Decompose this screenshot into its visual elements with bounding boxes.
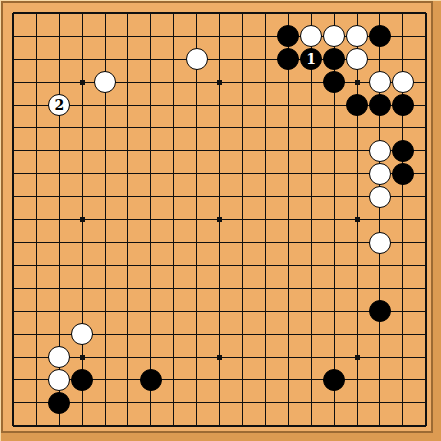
intersection-A9[interactable] bbox=[2, 231, 25, 254]
intersection-O9[interactable] bbox=[300, 231, 323, 254]
intersection-S15[interactable] bbox=[391, 94, 414, 117]
intersection-H3[interactable] bbox=[162, 369, 185, 392]
intersection-O17[interactable]: 1 bbox=[300, 48, 323, 71]
intersection-P11[interactable] bbox=[323, 185, 346, 208]
intersection-P14[interactable] bbox=[323, 117, 346, 140]
intersection-H18[interactable] bbox=[162, 25, 185, 48]
intersection-H9[interactable] bbox=[162, 231, 185, 254]
intersection-L18[interactable] bbox=[231, 25, 254, 48]
intersection-E12[interactable] bbox=[94, 162, 117, 185]
intersection-M10[interactable] bbox=[254, 208, 277, 231]
intersection-K3[interactable] bbox=[208, 369, 231, 392]
intersection-A11[interactable] bbox=[2, 185, 25, 208]
intersection-E17[interactable] bbox=[94, 48, 117, 71]
intersection-N6[interactable] bbox=[277, 300, 300, 323]
intersection-R4[interactable] bbox=[369, 346, 392, 369]
intersection-C5[interactable] bbox=[48, 323, 71, 346]
intersection-S3[interactable] bbox=[391, 369, 414, 392]
intersection-F14[interactable] bbox=[117, 117, 140, 140]
intersection-T4[interactable] bbox=[414, 346, 437, 369]
intersection-E8[interactable] bbox=[94, 254, 117, 277]
intersection-A12[interactable] bbox=[2, 162, 25, 185]
intersection-Q11[interactable] bbox=[346, 185, 369, 208]
intersection-N19[interactable] bbox=[277, 2, 300, 25]
intersection-E19[interactable] bbox=[94, 2, 117, 25]
intersection-P3[interactable] bbox=[323, 369, 346, 392]
intersection-N5[interactable] bbox=[277, 323, 300, 346]
intersection-E18[interactable] bbox=[94, 25, 117, 48]
intersection-F6[interactable] bbox=[117, 300, 140, 323]
intersection-G13[interactable] bbox=[139, 139, 162, 162]
intersection-Q19[interactable] bbox=[346, 2, 369, 25]
intersection-T2[interactable] bbox=[414, 391, 437, 414]
intersection-G14[interactable] bbox=[139, 117, 162, 140]
intersection-D8[interactable] bbox=[71, 254, 94, 277]
intersection-F15[interactable] bbox=[117, 94, 140, 117]
intersection-J14[interactable] bbox=[185, 117, 208, 140]
intersection-A15[interactable] bbox=[2, 94, 25, 117]
intersection-M13[interactable] bbox=[254, 139, 277, 162]
intersection-G10[interactable] bbox=[139, 208, 162, 231]
intersection-B17[interactable] bbox=[25, 48, 48, 71]
intersection-K2[interactable] bbox=[208, 391, 231, 414]
intersection-G18[interactable] bbox=[139, 25, 162, 48]
intersection-R11[interactable] bbox=[369, 185, 392, 208]
intersection-C12[interactable] bbox=[48, 162, 71, 185]
intersection-F1[interactable] bbox=[117, 414, 140, 437]
intersection-K8[interactable] bbox=[208, 254, 231, 277]
intersection-M15[interactable] bbox=[254, 94, 277, 117]
intersection-G1[interactable] bbox=[139, 414, 162, 437]
intersection-O8[interactable] bbox=[300, 254, 323, 277]
intersection-F8[interactable] bbox=[117, 254, 140, 277]
intersection-R13[interactable] bbox=[369, 139, 392, 162]
intersection-P13[interactable] bbox=[323, 139, 346, 162]
intersection-P6[interactable] bbox=[323, 300, 346, 323]
intersection-Q4[interactable] bbox=[346, 346, 369, 369]
intersection-J8[interactable] bbox=[185, 254, 208, 277]
intersection-H5[interactable] bbox=[162, 323, 185, 346]
intersection-N1[interactable] bbox=[277, 414, 300, 437]
intersection-P5[interactable] bbox=[323, 323, 346, 346]
intersection-O18[interactable] bbox=[300, 25, 323, 48]
intersection-T13[interactable] bbox=[414, 139, 437, 162]
intersection-D10[interactable] bbox=[71, 208, 94, 231]
intersection-T5[interactable] bbox=[414, 323, 437, 346]
intersection-J12[interactable] bbox=[185, 162, 208, 185]
intersection-P17[interactable] bbox=[323, 48, 346, 71]
intersection-Q15[interactable] bbox=[346, 94, 369, 117]
intersection-K4[interactable] bbox=[208, 346, 231, 369]
intersection-G5[interactable] bbox=[139, 323, 162, 346]
intersection-P18[interactable] bbox=[323, 25, 346, 48]
intersection-S9[interactable] bbox=[391, 231, 414, 254]
intersection-C18[interactable] bbox=[48, 25, 71, 48]
intersection-D14[interactable] bbox=[71, 117, 94, 140]
intersection-K5[interactable] bbox=[208, 323, 231, 346]
intersection-P10[interactable] bbox=[323, 208, 346, 231]
intersection-N8[interactable] bbox=[277, 254, 300, 277]
intersection-Q2[interactable] bbox=[346, 391, 369, 414]
intersection-N4[interactable] bbox=[277, 346, 300, 369]
intersection-J5[interactable] bbox=[185, 323, 208, 346]
intersection-B10[interactable] bbox=[25, 208, 48, 231]
intersection-A17[interactable] bbox=[2, 48, 25, 71]
intersection-P12[interactable] bbox=[323, 162, 346, 185]
intersection-A1[interactable] bbox=[2, 414, 25, 437]
intersection-P16[interactable] bbox=[323, 71, 346, 94]
intersection-G19[interactable] bbox=[139, 2, 162, 25]
intersection-H6[interactable] bbox=[162, 300, 185, 323]
intersection-L13[interactable] bbox=[231, 139, 254, 162]
intersection-O12[interactable] bbox=[300, 162, 323, 185]
intersection-Q14[interactable] bbox=[346, 117, 369, 140]
intersection-S1[interactable] bbox=[391, 414, 414, 437]
intersection-K9[interactable] bbox=[208, 231, 231, 254]
intersection-M16[interactable] bbox=[254, 71, 277, 94]
intersection-B3[interactable] bbox=[25, 369, 48, 392]
intersection-C4[interactable] bbox=[48, 346, 71, 369]
intersection-Q10[interactable] bbox=[346, 208, 369, 231]
intersection-R5[interactable] bbox=[369, 323, 392, 346]
intersection-N16[interactable] bbox=[277, 71, 300, 94]
intersection-L10[interactable] bbox=[231, 208, 254, 231]
intersection-R1[interactable] bbox=[369, 414, 392, 437]
intersection-O14[interactable] bbox=[300, 117, 323, 140]
intersection-R7[interactable] bbox=[369, 277, 392, 300]
intersection-B19[interactable] bbox=[25, 2, 48, 25]
intersection-Q6[interactable] bbox=[346, 300, 369, 323]
intersection-L15[interactable] bbox=[231, 94, 254, 117]
intersection-T6[interactable] bbox=[414, 300, 437, 323]
intersection-B15[interactable] bbox=[25, 94, 48, 117]
intersection-H12[interactable] bbox=[162, 162, 185, 185]
intersection-Q9[interactable] bbox=[346, 231, 369, 254]
intersection-L14[interactable] bbox=[231, 117, 254, 140]
intersection-L3[interactable] bbox=[231, 369, 254, 392]
intersection-N17[interactable] bbox=[277, 48, 300, 71]
intersection-L1[interactable] bbox=[231, 414, 254, 437]
intersection-E13[interactable] bbox=[94, 139, 117, 162]
intersection-F12[interactable] bbox=[117, 162, 140, 185]
intersection-R6[interactable] bbox=[369, 300, 392, 323]
intersection-M4[interactable] bbox=[254, 346, 277, 369]
intersection-L6[interactable] bbox=[231, 300, 254, 323]
intersection-G11[interactable] bbox=[139, 185, 162, 208]
intersection-E9[interactable] bbox=[94, 231, 117, 254]
intersection-A14[interactable] bbox=[2, 117, 25, 140]
intersection-A4[interactable] bbox=[2, 346, 25, 369]
intersection-G8[interactable] bbox=[139, 254, 162, 277]
intersection-E2[interactable] bbox=[94, 391, 117, 414]
intersection-A10[interactable] bbox=[2, 208, 25, 231]
intersection-C14[interactable] bbox=[48, 117, 71, 140]
intersection-R17[interactable] bbox=[369, 48, 392, 71]
intersection-C7[interactable] bbox=[48, 277, 71, 300]
intersection-L4[interactable] bbox=[231, 346, 254, 369]
intersection-M8[interactable] bbox=[254, 254, 277, 277]
intersection-L2[interactable] bbox=[231, 391, 254, 414]
intersection-F11[interactable] bbox=[117, 185, 140, 208]
intersection-L16[interactable] bbox=[231, 71, 254, 94]
intersection-P19[interactable] bbox=[323, 2, 346, 25]
intersection-O19[interactable] bbox=[300, 2, 323, 25]
intersection-E5[interactable] bbox=[94, 323, 117, 346]
intersection-H17[interactable] bbox=[162, 48, 185, 71]
intersection-R19[interactable] bbox=[369, 2, 392, 25]
intersection-H11[interactable] bbox=[162, 185, 185, 208]
intersection-N10[interactable] bbox=[277, 208, 300, 231]
intersection-F3[interactable] bbox=[117, 369, 140, 392]
intersection-H1[interactable] bbox=[162, 414, 185, 437]
intersection-J2[interactable] bbox=[185, 391, 208, 414]
intersection-D15[interactable] bbox=[71, 94, 94, 117]
intersection-N12[interactable] bbox=[277, 162, 300, 185]
intersection-R3[interactable] bbox=[369, 369, 392, 392]
intersection-C6[interactable] bbox=[48, 300, 71, 323]
intersection-T7[interactable] bbox=[414, 277, 437, 300]
intersection-M18[interactable] bbox=[254, 25, 277, 48]
intersection-F16[interactable] bbox=[117, 71, 140, 94]
intersection-O3[interactable] bbox=[300, 369, 323, 392]
intersection-K13[interactable] bbox=[208, 139, 231, 162]
intersection-R10[interactable] bbox=[369, 208, 392, 231]
intersection-K7[interactable] bbox=[208, 277, 231, 300]
intersection-B2[interactable] bbox=[25, 391, 48, 414]
intersection-K11[interactable] bbox=[208, 185, 231, 208]
intersection-P15[interactable] bbox=[323, 94, 346, 117]
intersection-M2[interactable] bbox=[254, 391, 277, 414]
intersection-R9[interactable] bbox=[369, 231, 392, 254]
intersection-B16[interactable] bbox=[25, 71, 48, 94]
intersection-D17[interactable] bbox=[71, 48, 94, 71]
intersection-C11[interactable] bbox=[48, 185, 71, 208]
intersection-O1[interactable] bbox=[300, 414, 323, 437]
intersection-B13[interactable] bbox=[25, 139, 48, 162]
intersection-J16[interactable] bbox=[185, 71, 208, 94]
intersection-A3[interactable] bbox=[2, 369, 25, 392]
intersection-F9[interactable] bbox=[117, 231, 140, 254]
intersection-A16[interactable] bbox=[2, 71, 25, 94]
intersection-E3[interactable] bbox=[94, 369, 117, 392]
intersection-L8[interactable] bbox=[231, 254, 254, 277]
intersection-K14[interactable] bbox=[208, 117, 231, 140]
intersection-M12[interactable] bbox=[254, 162, 277, 185]
intersection-P7[interactable] bbox=[323, 277, 346, 300]
intersection-Q16[interactable] bbox=[346, 71, 369, 94]
intersection-B5[interactable] bbox=[25, 323, 48, 346]
intersection-S11[interactable] bbox=[391, 185, 414, 208]
intersection-G7[interactable] bbox=[139, 277, 162, 300]
intersection-H14[interactable] bbox=[162, 117, 185, 140]
intersection-M17[interactable] bbox=[254, 48, 277, 71]
intersection-S6[interactable] bbox=[391, 300, 414, 323]
intersection-J9[interactable] bbox=[185, 231, 208, 254]
intersection-E7[interactable] bbox=[94, 277, 117, 300]
intersection-S13[interactable] bbox=[391, 139, 414, 162]
intersection-S8[interactable] bbox=[391, 254, 414, 277]
intersection-J15[interactable] bbox=[185, 94, 208, 117]
intersection-S14[interactable] bbox=[391, 117, 414, 140]
intersection-G4[interactable] bbox=[139, 346, 162, 369]
intersection-P1[interactable] bbox=[323, 414, 346, 437]
intersection-B9[interactable] bbox=[25, 231, 48, 254]
intersection-H19[interactable] bbox=[162, 2, 185, 25]
intersection-Q12[interactable] bbox=[346, 162, 369, 185]
intersection-T15[interactable] bbox=[414, 94, 437, 117]
intersection-F18[interactable] bbox=[117, 25, 140, 48]
intersection-N14[interactable] bbox=[277, 117, 300, 140]
intersection-K12[interactable] bbox=[208, 162, 231, 185]
intersection-T1[interactable] bbox=[414, 414, 437, 437]
intersection-F2[interactable] bbox=[117, 391, 140, 414]
intersection-O4[interactable] bbox=[300, 346, 323, 369]
intersection-H7[interactable] bbox=[162, 277, 185, 300]
intersection-T17[interactable] bbox=[414, 48, 437, 71]
intersection-E6[interactable] bbox=[94, 300, 117, 323]
intersection-S17[interactable] bbox=[391, 48, 414, 71]
intersection-M1[interactable] bbox=[254, 414, 277, 437]
intersection-B4[interactable] bbox=[25, 346, 48, 369]
intersection-T19[interactable] bbox=[414, 2, 437, 25]
intersection-D3[interactable] bbox=[71, 369, 94, 392]
intersection-S16[interactable] bbox=[391, 71, 414, 94]
intersection-D4[interactable] bbox=[71, 346, 94, 369]
intersection-Q17[interactable] bbox=[346, 48, 369, 71]
intersection-M7[interactable] bbox=[254, 277, 277, 300]
intersection-B12[interactable] bbox=[25, 162, 48, 185]
intersection-H10[interactable] bbox=[162, 208, 185, 231]
intersection-O6[interactable] bbox=[300, 300, 323, 323]
intersection-M5[interactable] bbox=[254, 323, 277, 346]
intersection-E1[interactable] bbox=[94, 414, 117, 437]
intersection-H4[interactable] bbox=[162, 346, 185, 369]
intersection-K19[interactable] bbox=[208, 2, 231, 25]
intersection-C2[interactable] bbox=[48, 391, 71, 414]
intersection-E10[interactable] bbox=[94, 208, 117, 231]
intersection-R2[interactable] bbox=[369, 391, 392, 414]
intersection-D5[interactable] bbox=[71, 323, 94, 346]
intersection-B14[interactable] bbox=[25, 117, 48, 140]
intersection-J11[interactable] bbox=[185, 185, 208, 208]
intersection-S4[interactable] bbox=[391, 346, 414, 369]
intersection-D16[interactable] bbox=[71, 71, 94, 94]
intersection-S18[interactable] bbox=[391, 25, 414, 48]
intersection-T3[interactable] bbox=[414, 369, 437, 392]
intersection-G2[interactable] bbox=[139, 391, 162, 414]
intersection-M14[interactable] bbox=[254, 117, 277, 140]
intersection-G17[interactable] bbox=[139, 48, 162, 71]
intersection-B1[interactable] bbox=[25, 414, 48, 437]
intersection-G12[interactable] bbox=[139, 162, 162, 185]
intersection-N7[interactable] bbox=[277, 277, 300, 300]
intersection-C17[interactable] bbox=[48, 48, 71, 71]
intersection-A2[interactable] bbox=[2, 391, 25, 414]
intersection-M11[interactable] bbox=[254, 185, 277, 208]
intersection-T16[interactable] bbox=[414, 71, 437, 94]
intersection-D1[interactable] bbox=[71, 414, 94, 437]
intersection-Q1[interactable] bbox=[346, 414, 369, 437]
intersection-J1[interactable] bbox=[185, 414, 208, 437]
intersection-R16[interactable] bbox=[369, 71, 392, 94]
intersection-B8[interactable] bbox=[25, 254, 48, 277]
intersection-D18[interactable] bbox=[71, 25, 94, 48]
intersection-Q7[interactable] bbox=[346, 277, 369, 300]
intersection-T18[interactable] bbox=[414, 25, 437, 48]
intersection-O13[interactable] bbox=[300, 139, 323, 162]
intersection-G15[interactable] bbox=[139, 94, 162, 117]
intersection-Q5[interactable] bbox=[346, 323, 369, 346]
intersection-B11[interactable] bbox=[25, 185, 48, 208]
intersection-K10[interactable] bbox=[208, 208, 231, 231]
intersection-M19[interactable] bbox=[254, 2, 277, 25]
intersection-J6[interactable] bbox=[185, 300, 208, 323]
intersection-L19[interactable] bbox=[231, 2, 254, 25]
intersection-J4[interactable] bbox=[185, 346, 208, 369]
intersection-O15[interactable] bbox=[300, 94, 323, 117]
intersection-C9[interactable] bbox=[48, 231, 71, 254]
intersection-J13[interactable] bbox=[185, 139, 208, 162]
intersection-R12[interactable] bbox=[369, 162, 392, 185]
intersection-D13[interactable] bbox=[71, 139, 94, 162]
intersection-Q18[interactable] bbox=[346, 25, 369, 48]
intersection-T8[interactable] bbox=[414, 254, 437, 277]
intersection-P8[interactable] bbox=[323, 254, 346, 277]
intersection-D6[interactable] bbox=[71, 300, 94, 323]
intersection-A13[interactable] bbox=[2, 139, 25, 162]
intersection-R15[interactable] bbox=[369, 94, 392, 117]
intersection-L11[interactable] bbox=[231, 185, 254, 208]
intersection-T9[interactable] bbox=[414, 231, 437, 254]
intersection-Q8[interactable] bbox=[346, 254, 369, 277]
intersection-G16[interactable] bbox=[139, 71, 162, 94]
intersection-S10[interactable] bbox=[391, 208, 414, 231]
intersection-D2[interactable] bbox=[71, 391, 94, 414]
intersection-H8[interactable] bbox=[162, 254, 185, 277]
intersection-H16[interactable] bbox=[162, 71, 185, 94]
intersection-G3[interactable] bbox=[139, 369, 162, 392]
intersection-T10[interactable] bbox=[414, 208, 437, 231]
intersection-C13[interactable] bbox=[48, 139, 71, 162]
intersection-F7[interactable] bbox=[117, 277, 140, 300]
intersection-G9[interactable] bbox=[139, 231, 162, 254]
intersection-Q3[interactable] bbox=[346, 369, 369, 392]
intersection-K1[interactable] bbox=[208, 414, 231, 437]
intersection-H15[interactable] bbox=[162, 94, 185, 117]
intersection-J19[interactable] bbox=[185, 2, 208, 25]
intersection-D12[interactable] bbox=[71, 162, 94, 185]
intersection-P9[interactable] bbox=[323, 231, 346, 254]
intersection-E14[interactable] bbox=[94, 117, 117, 140]
intersection-L7[interactable] bbox=[231, 277, 254, 300]
intersection-C3[interactable] bbox=[48, 369, 71, 392]
intersection-A8[interactable] bbox=[2, 254, 25, 277]
intersection-N15[interactable] bbox=[277, 94, 300, 117]
intersection-R14[interactable] bbox=[369, 117, 392, 140]
intersection-S19[interactable] bbox=[391, 2, 414, 25]
intersection-O11[interactable] bbox=[300, 185, 323, 208]
intersection-K17[interactable] bbox=[208, 48, 231, 71]
intersection-C10[interactable] bbox=[48, 208, 71, 231]
intersection-F4[interactable] bbox=[117, 346, 140, 369]
intersection-J18[interactable] bbox=[185, 25, 208, 48]
intersection-Q13[interactable] bbox=[346, 139, 369, 162]
intersection-P4[interactable] bbox=[323, 346, 346, 369]
intersection-C16[interactable] bbox=[48, 71, 71, 94]
intersection-F17[interactable] bbox=[117, 48, 140, 71]
intersection-F13[interactable] bbox=[117, 139, 140, 162]
intersection-C19[interactable] bbox=[48, 2, 71, 25]
